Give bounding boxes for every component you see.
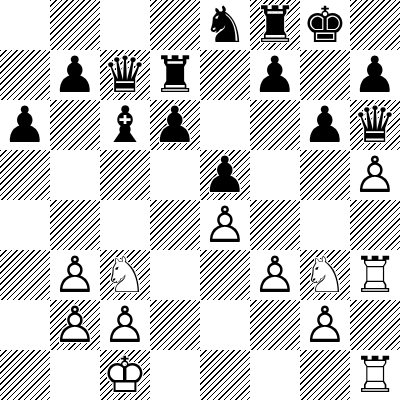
piece-black-pawn[interactable]: ♟♟ [0,100,50,150]
square-f6[interactable] [250,100,300,150]
square-b4[interactable] [50,200,100,250]
piece-black-queen[interactable]: ♛♛ [100,50,150,100]
square-h7[interactable]: ♟♟ [350,50,400,100]
piece-black-queen[interactable]: ♛♛ [350,100,400,150]
square-d1[interactable] [150,350,200,400]
square-g5[interactable] [300,150,350,200]
piece-black-pawn[interactable]: ♟♟ [300,100,350,150]
square-b5[interactable] [50,150,100,200]
piece-glyph-outline: ♞ [203,0,248,50]
piece-black-rook[interactable]: ♜♜ [250,0,300,50]
piece-glyph-outline: ♙ [53,250,98,300]
square-h4[interactable] [350,200,400,250]
piece-glyph-outline: ♔ [103,350,148,400]
chess-board: ♞♞♜♜♚♚♟♟♛♛♜♜♟♟♟♟♟♟♝♝♟♟♟♟♛♛♟♟♟♙♟♙♟♙♞♘♟♙♞♘… [0,0,400,400]
piece-glyph-outline: ♙ [253,250,298,300]
square-c7[interactable]: ♛♛ [100,50,150,100]
square-b6[interactable] [50,100,100,150]
piece-glyph-outline: ♟ [153,100,198,150]
piece-black-pawn[interactable]: ♟♟ [50,50,100,100]
square-c6[interactable]: ♝♝ [100,100,150,150]
piece-white-pawn[interactable]: ♟♙ [250,250,300,300]
piece-black-pawn[interactable]: ♟♟ [200,150,250,200]
square-a2[interactable] [0,300,50,350]
square-b2[interactable]: ♟♙ [50,300,100,350]
piece-white-rook[interactable]: ♜♖ [350,250,400,300]
square-f5[interactable] [250,150,300,200]
piece-white-king[interactable]: ♚♔ [100,350,150,400]
square-a6[interactable]: ♟♟ [0,100,50,150]
piece-black-pawn[interactable]: ♟♟ [350,50,400,100]
square-e5[interactable]: ♟♟ [200,150,250,200]
piece-white-pawn[interactable]: ♟♙ [350,150,400,200]
piece-glyph-outline: ♟ [203,150,248,200]
square-e3[interactable] [200,250,250,300]
square-d8[interactable] [150,0,200,50]
square-e6[interactable] [200,100,250,150]
square-a1[interactable] [0,350,50,400]
piece-glyph-outline: ♘ [303,250,348,300]
piece-glyph-outline: ♙ [103,300,148,350]
square-g6[interactable]: ♟♟ [300,100,350,150]
piece-glyph-outline: ♜ [253,0,298,50]
piece-glyph-outline: ♙ [53,300,98,350]
piece-glyph-outline: ♙ [203,200,248,250]
square-d2[interactable] [150,300,200,350]
square-h5[interactable]: ♟♙ [350,150,400,200]
square-f2[interactable] [250,300,300,350]
piece-white-pawn[interactable]: ♟♙ [300,300,350,350]
piece-black-king[interactable]: ♚♚ [300,0,350,50]
square-a3[interactable] [0,250,50,300]
piece-black-pawn[interactable]: ♟♟ [250,50,300,100]
piece-glyph-outline: ♖ [353,350,398,400]
square-d3[interactable] [150,250,200,300]
square-a8[interactable] [0,0,50,50]
square-a5[interactable] [0,150,50,200]
square-g1[interactable] [300,350,350,400]
square-a4[interactable] [0,200,50,250]
square-e8[interactable]: ♞♞ [200,0,250,50]
square-c8[interactable] [100,0,150,50]
square-g8[interactable]: ♚♚ [300,0,350,50]
piece-black-knight[interactable]: ♞♞ [200,0,250,50]
square-c3[interactable]: ♞♘ [100,250,150,300]
piece-glyph-outline: ♟ [303,100,348,150]
piece-white-pawn[interactable]: ♟♙ [100,300,150,350]
piece-glyph-outline: ♛ [103,50,148,100]
square-h3[interactable]: ♜♖ [350,250,400,300]
square-f7[interactable]: ♟♟ [250,50,300,100]
square-b3[interactable]: ♟♙ [50,250,100,300]
square-b1[interactable] [50,350,100,400]
piece-glyph-outline: ♘ [103,250,148,300]
square-e1[interactable] [200,350,250,400]
square-h2[interactable] [350,300,400,350]
piece-glyph-outline: ♟ [253,50,298,100]
piece-glyph-outline: ♖ [353,250,398,300]
square-d6[interactable]: ♟♟ [150,100,200,150]
piece-white-knight[interactable]: ♞♘ [100,250,150,300]
square-d7[interactable]: ♜♜ [150,50,200,100]
square-b8[interactable] [50,0,100,50]
square-d4[interactable] [150,200,200,250]
square-f8[interactable]: ♜♜ [250,0,300,50]
piece-white-rook[interactable]: ♜♖ [350,350,400,400]
piece-black-rook[interactable]: ♜♜ [150,50,200,100]
square-e4[interactable]: ♟♙ [200,200,250,250]
square-h6[interactable]: ♛♛ [350,100,400,150]
piece-white-knight[interactable]: ♞♘ [300,250,350,300]
square-d5[interactable] [150,150,200,200]
square-b7[interactable]: ♟♟ [50,50,100,100]
piece-glyph-outline: ♟ [53,50,98,100]
square-f4[interactable] [250,200,300,250]
square-g4[interactable] [300,200,350,250]
piece-glyph-outline: ♛ [353,100,398,150]
piece-glyph-outline: ♚ [303,0,348,50]
square-h1[interactable]: ♜♖ [350,350,400,400]
square-c4[interactable] [100,200,150,250]
square-e2[interactable] [200,300,250,350]
square-f3[interactable]: ♟♙ [250,250,300,300]
piece-glyph-outline: ♝ [103,100,148,150]
piece-glyph-outline: ♙ [353,150,398,200]
piece-glyph-outline: ♜ [153,50,198,100]
piece-glyph-outline: ♙ [303,300,348,350]
square-a7[interactable] [0,50,50,100]
square-g3[interactable]: ♞♘ [300,250,350,300]
square-e7[interactable] [200,50,250,100]
square-c1[interactable]: ♚♔ [100,350,150,400]
square-g2[interactable]: ♟♙ [300,300,350,350]
piece-glyph-outline: ♟ [353,50,398,100]
square-h8[interactable] [350,0,400,50]
square-g7[interactable] [300,50,350,100]
piece-black-bishop[interactable]: ♝♝ [100,100,150,150]
square-f1[interactable] [250,350,300,400]
square-c5[interactable] [100,150,150,200]
piece-black-pawn[interactable]: ♟♟ [150,100,200,150]
piece-white-pawn[interactable]: ♟♙ [200,200,250,250]
piece-glyph-outline: ♟ [3,100,48,150]
piece-white-pawn[interactable]: ♟♙ [50,250,100,300]
piece-white-pawn[interactable]: ♟♙ [50,300,100,350]
square-c2[interactable]: ♟♙ [100,300,150,350]
